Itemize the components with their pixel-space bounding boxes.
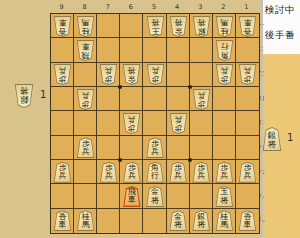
piece-gote-lance[interactable]: 香車 [238,16,257,37]
piece-kanji: 車 [243,18,251,26]
file-label: 7 [96,2,119,12]
piece-kanji: 角 [220,50,228,58]
piece-sente-knight[interactable]: 桂馬 [76,210,95,231]
board-square[interactable] [120,209,143,233]
piece-kanji: 銀 [20,95,29,104]
piece-kanji: 香 [243,26,251,34]
board-square[interactable] [120,87,143,111]
board-square[interactable] [236,111,259,135]
piece-sente-pawn[interactable]: 歩兵 [122,162,141,183]
file-label: 5 [142,2,165,12]
piece-kanji: 兵 [220,66,228,74]
piece-sente-bishop[interactable]: 角行 [146,162,165,183]
board-square[interactable] [97,111,120,135]
piece-kanji: 将 [197,18,205,26]
piece-kanji: 歩 [82,99,90,107]
status-panel: 検討中 後手番 [263,0,300,54]
piece-kanji: 兵 [243,172,251,180]
piece-sente-pawn[interactable]: 歩兵 [53,162,72,183]
piece-gote-silver[interactable]: 銀将 [192,16,211,37]
piece-kanji: 馬 [220,18,228,26]
board-square[interactable] [51,184,74,208]
board-square[interactable] [143,209,166,233]
piece-sente-pawn[interactable]: 歩兵 [192,162,211,183]
board-square[interactable] [143,87,166,111]
piece-kanji: 兵 [151,66,159,74]
piece-kanji: 銀 [197,26,205,34]
board-square[interactable] [213,87,236,111]
piece-gote-pawn[interactable]: 歩兵 [215,64,234,85]
board-square[interactable] [74,63,97,87]
piece-kanji: 香 [59,26,67,34]
piece-kanji: 将 [20,86,29,95]
piece-kanji: 馬 [82,221,90,229]
piece-kanji: 将 [220,197,228,205]
piece-kanji: 将 [151,197,159,205]
piece-kanji: 兵 [197,172,205,180]
piece-kanji: 兵 [151,148,159,156]
board-square[interactable] [97,87,120,111]
piece-gote-pawn[interactable]: 歩兵 [76,89,95,110]
piece-kanji: 馬 [220,221,228,229]
board-square[interactable] [236,184,259,208]
piece-kanji: 馬 [82,18,90,26]
sente-hand-piece-silver[interactable]: 銀将 [262,127,282,151]
piece-kanji: 兵 [174,115,182,123]
piece-kanji: 車 [59,18,67,26]
board-square[interactable] [190,136,213,160]
file-label: 1 [235,2,258,12]
file-label: 8 [73,2,96,12]
board-square[interactable] [213,111,236,135]
board-square[interactable] [213,136,236,160]
piece-kanji: 行 [220,42,228,50]
piece-gote-gold[interactable]: 金将 [122,64,141,85]
piece-kanji: 歩 [128,123,136,131]
piece-sente-king[interactable]: 玉将 [215,186,234,207]
piece-kanji: 将 [197,221,205,229]
piece-sente-pawn[interactable]: 歩兵 [215,162,234,183]
piece-kanji: 車 [243,221,251,229]
board-square[interactable] [167,136,190,160]
piece-kanji: 車 [128,196,136,204]
piece-gote-rook[interactable]: 飛車 [76,40,95,61]
gote-hand-count: 1 [40,89,46,100]
piece-kanji: 兵 [105,172,113,180]
board-square[interactable] [97,14,120,38]
piece-gote-lance[interactable]: 香車 [53,16,72,37]
board-square[interactable] [97,209,120,233]
analysis-status-label: 検討中 [263,4,300,17]
piece-sente-pawn[interactable]: 歩兵 [169,162,188,183]
piece-kanji: 将 [174,18,182,26]
piece-kanji: 兵 [220,172,228,180]
board-square[interactable] [143,38,166,62]
piece-kanji: 歩 [105,75,113,83]
hoshi-dot [118,85,122,89]
board-square[interactable] [190,63,213,87]
board-square[interactable] [97,38,120,62]
piece-gote-pawn[interactable]: 歩兵 [99,64,118,85]
board-square[interactable] [236,38,259,62]
piece-kanji: 兵 [59,66,67,74]
board-square[interactable] [74,184,97,208]
piece-gote-king[interactable]: 王将 [146,16,165,37]
piece-kanji: 歩 [59,75,67,83]
board-square[interactable] [190,184,213,208]
file-label: 2 [212,2,235,12]
piece-kanji: 金 [174,26,182,34]
piece-gote-pawn[interactable]: 歩兵 [192,89,211,110]
board-square[interactable] [120,14,143,38]
piece-kanji: 将 [268,140,277,149]
piece-gote-pawn[interactable]: 歩兵 [122,113,141,134]
piece-kanji: 兵 [59,172,67,180]
piece-kanji: 兵 [174,172,182,180]
piece-sente-pawn[interactable]: 歩兵 [76,137,95,158]
piece-kanji: 将 [128,66,136,74]
board-square[interactable] [51,136,74,160]
piece-gote-pawn[interactable]: 歩兵 [238,64,257,85]
piece-kanji: 兵 [243,66,251,74]
piece-kanji: 桂 [220,26,228,34]
piece-kanji: 桂 [82,26,90,34]
piece-gote-knight[interactable]: 桂馬 [76,16,95,37]
board-square[interactable] [120,136,143,160]
piece-kanji: 歩 [220,75,228,83]
turn-indicator-label: 後手番 [263,29,300,42]
piece-sente-pawn[interactable]: 歩兵 [99,162,118,183]
piece-sente-lance[interactable]: 香車 [53,210,72,231]
board-square[interactable] [190,38,213,62]
piece-kanji: 歩 [151,75,159,83]
piece-kanji: 兵 [105,66,113,74]
piece-sente-knight[interactable]: 桂馬 [215,210,234,231]
board-square[interactable] [167,63,190,87]
piece-kanji: 兵 [82,148,90,156]
piece-kanji: 行 [151,172,159,180]
piece-gote-knight[interactable]: 桂馬 [215,16,234,37]
file-label: 4 [166,2,189,12]
board-square[interactable] [97,136,120,160]
piece-gote-gold[interactable]: 金将 [169,16,188,37]
piece-kanji: 兵 [197,91,205,99]
board-square[interactable] [167,184,190,208]
piece-kanji: 兵 [128,115,136,123]
piece-gote-pawn[interactable]: 歩兵 [169,113,188,134]
board-square[interactable] [120,38,143,62]
board-square[interactable] [167,38,190,62]
piece-kanji: 金 [128,75,136,83]
piece-kanji: 将 [151,18,159,26]
piece-kanji: 車 [59,221,67,229]
panel-divider [261,0,263,238]
piece-gote-pawn[interactable]: 歩兵 [53,64,72,85]
piece-sente-gold[interactable]: 金将 [146,186,165,207]
piece-kanji: 車 [82,42,90,50]
file-label: 6 [119,2,142,12]
board-square[interactable] [167,87,190,111]
piece-kanji: 飛 [82,50,90,58]
piece-sente-silver[interactable]: 銀将 [192,210,211,231]
piece-kanji: 歩 [243,75,251,83]
piece-kanji: 王 [151,26,159,34]
piece-gote-pawn[interactable]: 歩兵 [146,64,165,85]
piece-kanji: 歩 [174,123,182,131]
piece-kanji: 将 [174,221,182,229]
sente-hand-count: 1 [287,132,293,143]
piece-kanji: 兵 [82,91,90,99]
shogi-app: { "game": "shogi", "position": { "sfen":… [0,0,300,238]
piece-sente-pawn[interactable]: 歩兵 [238,162,257,183]
shogi-board: 香車桂馬王将金将銀将桂馬香車飛車角行歩兵歩兵金将歩兵歩兵歩兵歩兵歩兵歩兵歩兵歩兵… [50,13,260,234]
board-square[interactable] [51,111,74,135]
board-square[interactable] [51,87,74,111]
piece-sente-lance[interactable]: 香車 [238,210,257,231]
board-square[interactable] [190,111,213,135]
board-square[interactable] [74,111,97,135]
file-label: 9 [50,2,73,12]
board-square[interactable] [74,160,97,184]
piece-kanji: 兵 [128,172,136,180]
file-label: 3 [189,2,212,12]
board-square[interactable] [97,184,120,208]
board-square[interactable] [143,111,166,135]
board-square[interactable] [236,136,259,160]
piece-sente-rook[interactable]: 飛車 [122,186,141,207]
piece-sente-gold[interactable]: 金将 [169,210,188,231]
file-coordinate-labels: 987654321 [50,2,258,12]
gote-hand-piece-silver[interactable]: 銀将 [14,84,34,108]
piece-sente-pawn[interactable]: 歩兵 [146,137,165,158]
board-square[interactable] [51,38,74,62]
piece-gote-bishop[interactable]: 角行 [215,40,234,61]
piece-kanji: 歩 [197,99,205,107]
board-square[interactable] [236,87,259,111]
